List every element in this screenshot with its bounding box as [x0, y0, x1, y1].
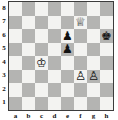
square-g6[interactable]: [87, 29, 100, 43]
black-pawn-e6: ♟: [62, 29, 73, 41]
square-e4[interactable]: [61, 56, 74, 70]
square-e8[interactable]: [61, 2, 74, 16]
rank-label-5: 5: [0, 42, 8, 56]
file-label-f: f: [74, 112, 87, 120]
square-b8[interactable]: [22, 2, 35, 16]
square-h4[interactable]: [100, 56, 113, 70]
square-d2[interactable]: [48, 83, 61, 97]
rank-label-4: 4: [0, 55, 8, 69]
square-c3[interactable]: [35, 70, 48, 84]
file-label-b: b: [22, 112, 35, 120]
rank-label-8: 8: [0, 1, 8, 15]
square-h5[interactable]: [100, 43, 113, 57]
square-f8[interactable]: [74, 2, 87, 16]
black-king-h6: ♚: [101, 29, 112, 41]
white-pawn-g3: ♙: [88, 70, 99, 82]
square-b4[interactable]: [22, 56, 35, 70]
square-d5[interactable]: [48, 43, 61, 57]
square-a4[interactable]: [9, 56, 22, 70]
file-label-h: h: [100, 112, 113, 120]
square-h6[interactable]: ♚: [100, 29, 113, 43]
square-a8[interactable]: [9, 2, 22, 16]
white-king-c4: ♔: [36, 56, 47, 68]
square-g5[interactable]: [87, 43, 100, 57]
square-b1[interactable]: [22, 97, 35, 111]
square-c8[interactable]: [35, 2, 48, 16]
square-g4[interactable]: [87, 56, 100, 70]
square-d4[interactable]: [48, 56, 61, 70]
square-b6[interactable]: [22, 29, 35, 43]
square-c4[interactable]: ♔: [35, 56, 48, 70]
chess-diagram: 87654321 ♕♟♚♟♔♙♙ abcdefgh: [0, 0, 118, 120]
square-h2[interactable]: [100, 83, 113, 97]
square-a5[interactable]: [9, 43, 22, 57]
square-h3[interactable]: [100, 70, 113, 84]
rank-label-3: 3: [0, 69, 8, 83]
square-c5[interactable]: [35, 43, 48, 57]
square-f3[interactable]: ♙: [74, 70, 87, 84]
square-b3[interactable]: [22, 70, 35, 84]
square-a3[interactable]: [9, 70, 22, 84]
rank-label-1: 1: [0, 96, 8, 110]
square-e7[interactable]: [61, 16, 74, 30]
square-f7[interactable]: ♕: [74, 16, 87, 30]
square-b2[interactable]: [22, 83, 35, 97]
square-h8[interactable]: [100, 2, 113, 16]
square-g7[interactable]: [87, 16, 100, 30]
square-c2[interactable]: [35, 83, 48, 97]
square-c6[interactable]: [35, 29, 48, 43]
square-f4[interactable]: [74, 56, 87, 70]
square-e6[interactable]: ♟: [61, 29, 74, 43]
square-e2[interactable]: [61, 83, 74, 97]
square-d7[interactable]: [48, 16, 61, 30]
square-h1[interactable]: [100, 97, 113, 111]
square-c1[interactable]: [35, 97, 48, 111]
square-g3[interactable]: ♙: [87, 70, 100, 84]
square-d3[interactable]: [48, 70, 61, 84]
rank-label-7: 7: [0, 15, 8, 29]
file-label-g: g: [87, 112, 100, 120]
rank-labels: 87654321: [0, 1, 8, 109]
square-b7[interactable]: [22, 16, 35, 30]
square-d6[interactable]: [48, 29, 61, 43]
square-f6[interactable]: [74, 29, 87, 43]
file-label-d: d: [48, 112, 61, 120]
square-g8[interactable]: [87, 2, 100, 16]
square-a2[interactable]: [9, 83, 22, 97]
square-c7[interactable]: [35, 16, 48, 30]
square-f1[interactable]: [74, 97, 87, 111]
square-d8[interactable]: [48, 2, 61, 16]
file-labels: abcdefgh: [9, 112, 113, 120]
white-queen-f7: ♕: [75, 16, 86, 28]
square-a6[interactable]: [9, 29, 22, 43]
square-b5[interactable]: [22, 43, 35, 57]
square-d1[interactable]: [48, 97, 61, 111]
square-e1[interactable]: [61, 97, 74, 111]
file-label-c: c: [35, 112, 48, 120]
rank-label-2: 2: [0, 82, 8, 96]
square-a7[interactable]: [9, 16, 22, 30]
square-f2[interactable]: [74, 83, 87, 97]
square-e3[interactable]: [61, 70, 74, 84]
white-pawn-f3: ♙: [75, 70, 86, 82]
rank-label-6: 6: [0, 28, 8, 42]
square-f5[interactable]: [74, 43, 87, 57]
chess-board: ♕♟♚♟♔♙♙: [8, 1, 114, 111]
file-label-a: a: [9, 112, 22, 120]
square-g2[interactable]: [87, 83, 100, 97]
file-label-e: e: [61, 112, 74, 120]
black-pawn-e5: ♟: [62, 43, 73, 55]
square-a1[interactable]: [9, 97, 22, 111]
square-g1[interactable]: [87, 97, 100, 111]
square-e5[interactable]: ♟: [61, 43, 74, 57]
square-h7[interactable]: [100, 16, 113, 30]
